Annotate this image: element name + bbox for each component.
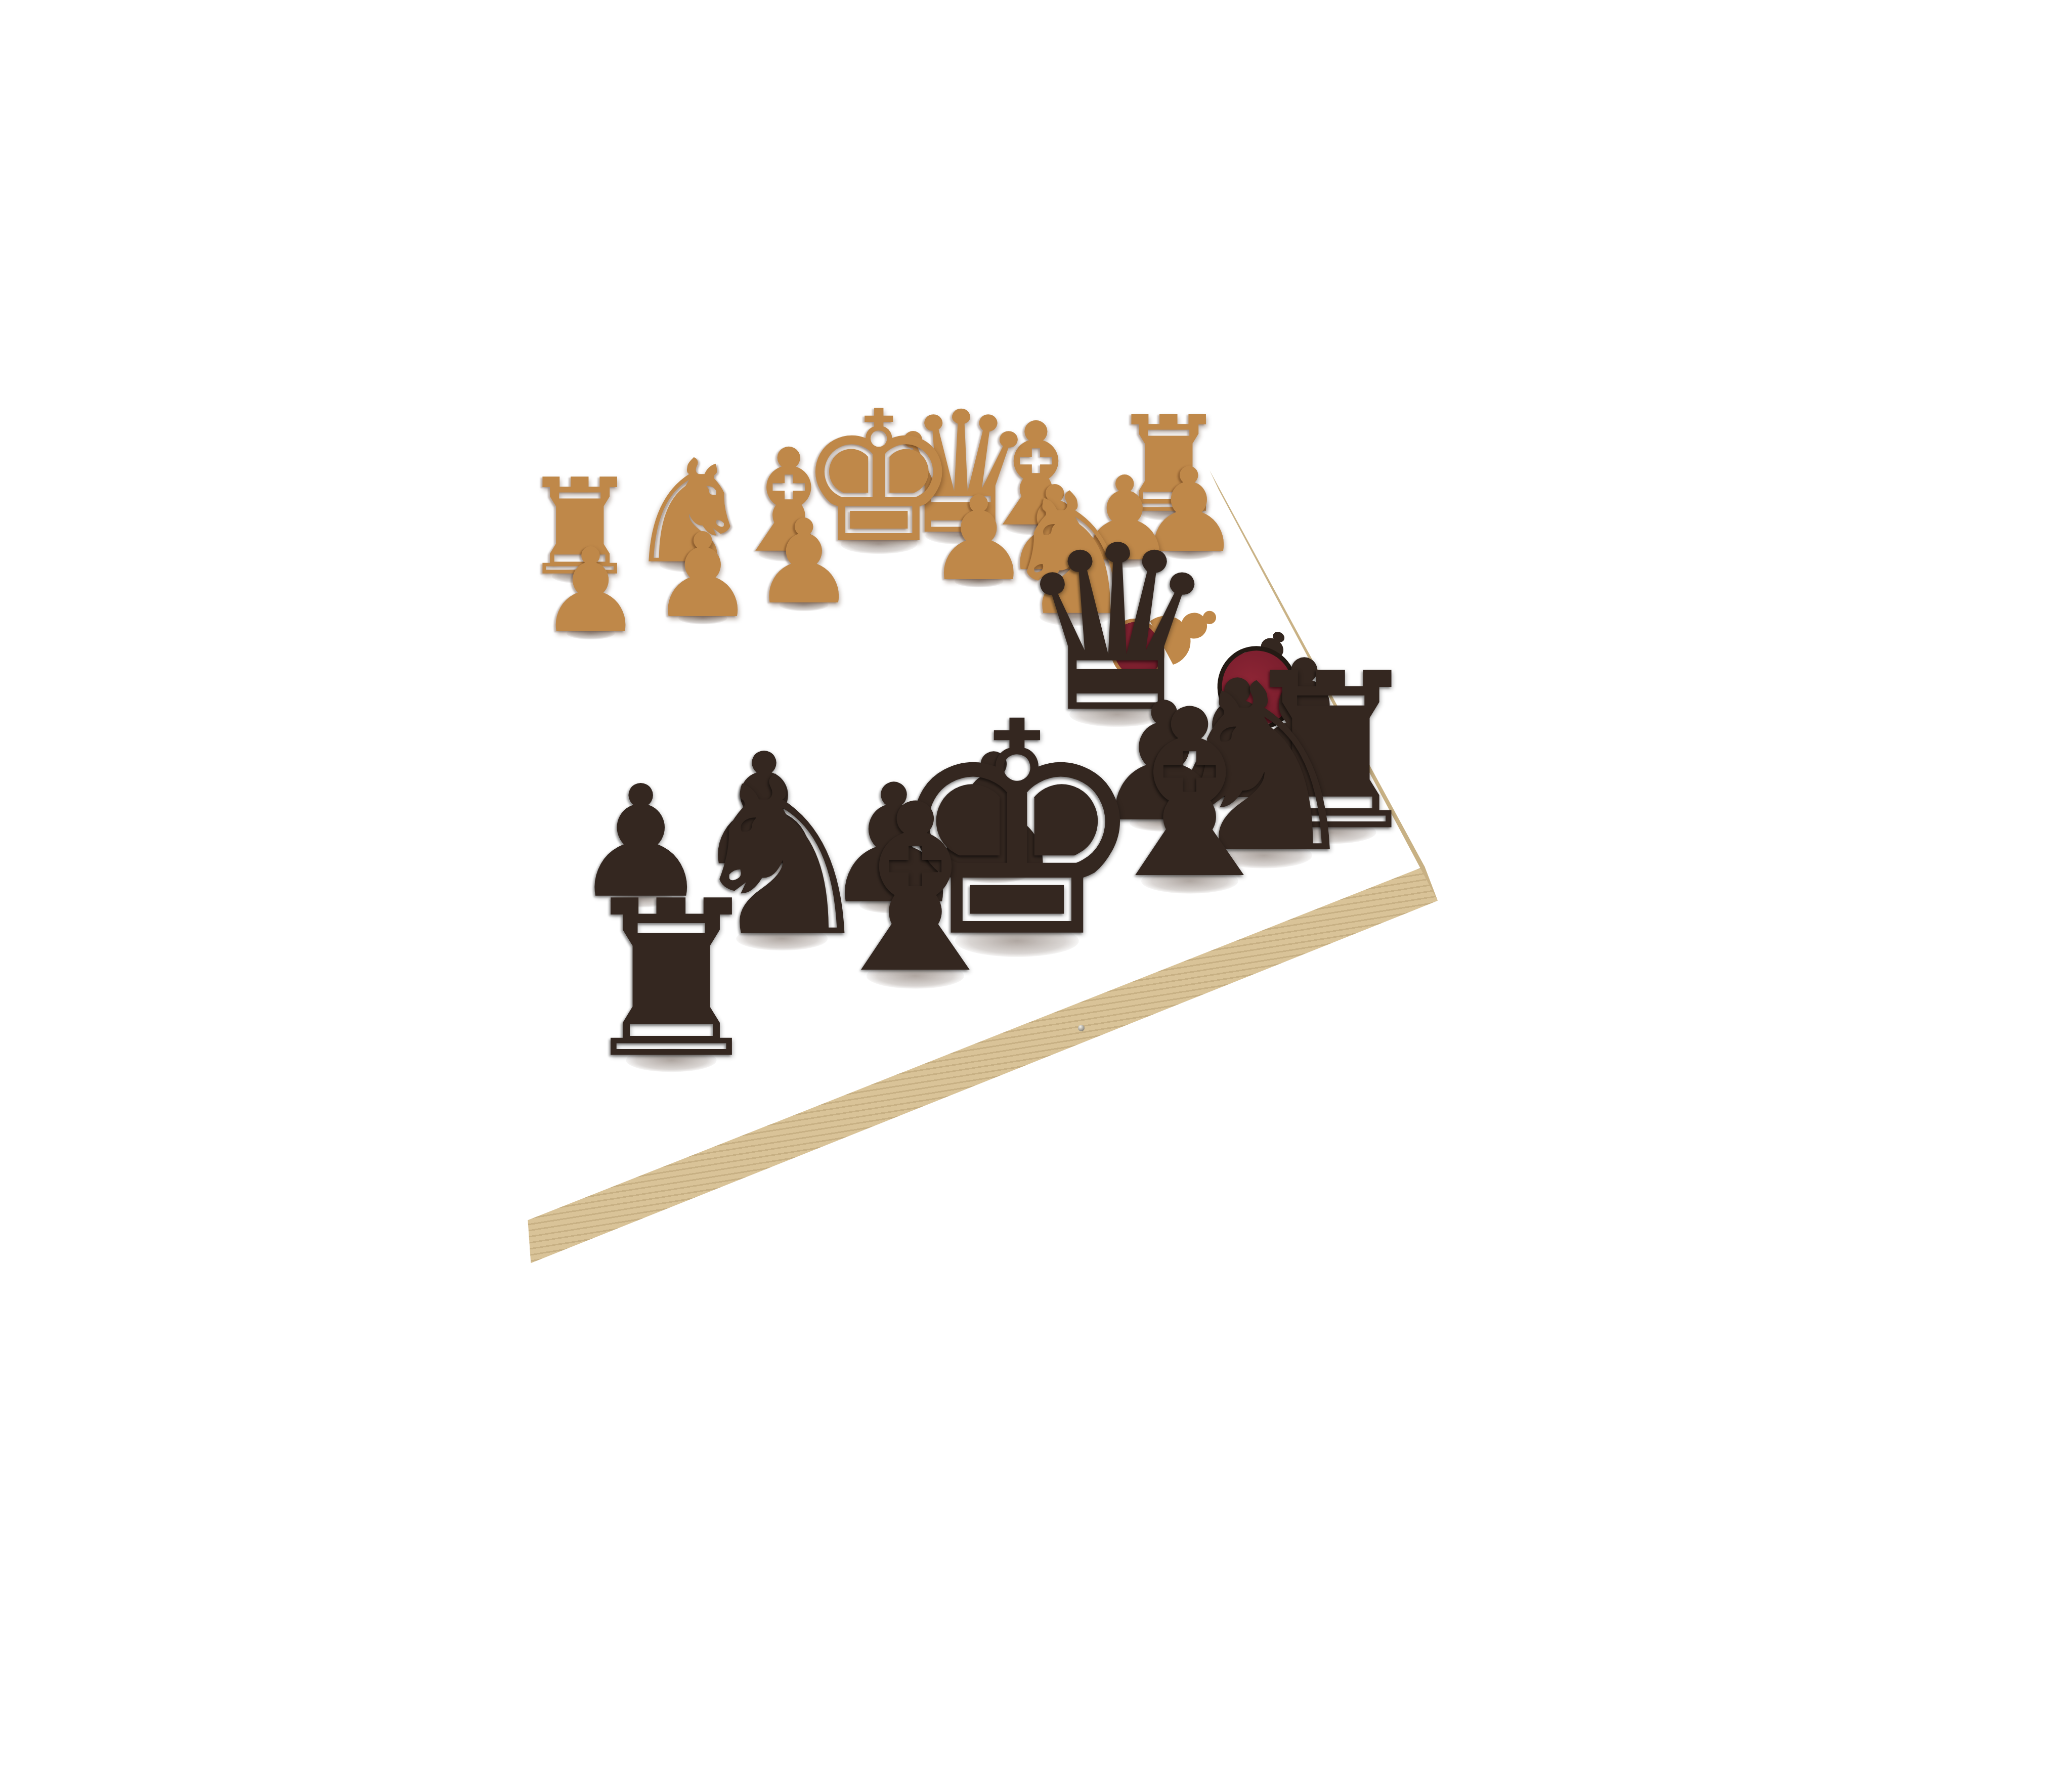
photo-scene: 1122334455667788hhggffeeddccbbaa ♜♞♝♚♛♝♜…	[0, 0, 2072, 1785]
file-label-near-h: h	[660, 1100, 709, 1164]
clasp-screw	[1078, 1025, 1085, 1031]
white-pawn-g2[interactable]: ♟	[651, 518, 755, 634]
rank-label-left-7: 7	[528, 989, 565, 1036]
rank-label-left-4: 4	[497, 762, 530, 798]
square-f3[interactable]	[762, 626, 877, 697]
rank-label-left-2: 2	[479, 633, 510, 664]
rank-label-left-6: 6	[516, 908, 552, 951]
black-bishop-f8[interactable]: ♝	[811, 774, 1019, 1006]
rank-label-left-1: 1	[471, 575, 502, 602]
black-rook-h8[interactable]: ♜	[575, 873, 768, 1088]
white-pawn-h2[interactable]: ♟	[538, 533, 642, 649]
square-h3[interactable]	[535, 657, 668, 739]
rank-label-left-3: 3	[488, 695, 520, 728]
square-g3[interactable]	[655, 640, 778, 717]
rank-label-left-8: 8	[539, 1076, 577, 1127]
white-pawn-f2[interactable]: ♟	[752, 504, 856, 621]
rank-label-right-3: 3	[1246, 579, 1268, 599]
rank-label-left-5: 5	[506, 833, 541, 872]
file-label-near-g: g	[794, 1052, 840, 1111]
